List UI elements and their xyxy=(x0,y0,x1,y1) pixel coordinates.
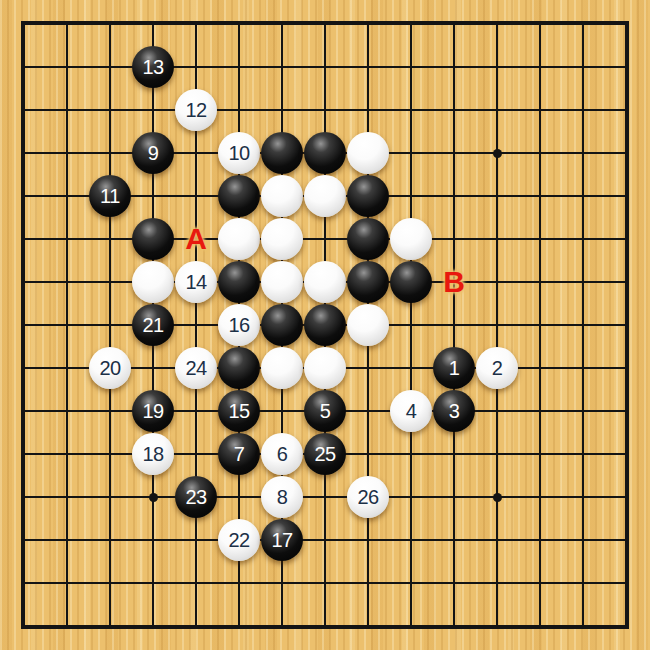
point-label-a: A xyxy=(175,218,218,261)
move-number: 18 xyxy=(142,444,163,464)
stone-white[interactable]: 6 xyxy=(261,433,303,475)
move-number: 20 xyxy=(99,358,120,378)
stone-black[interactable]: 1 xyxy=(433,347,475,389)
point-label-b: B xyxy=(433,261,476,304)
stone-black[interactable] xyxy=(132,218,174,260)
stone-black[interactable]: 19 xyxy=(132,390,174,432)
move-number: 23 xyxy=(185,487,206,507)
move-number: 21 xyxy=(142,315,163,335)
stone-white[interactable]: 8 xyxy=(261,476,303,518)
stone-black[interactable]: 25 xyxy=(304,433,346,475)
stone-black[interactable] xyxy=(261,132,303,174)
stone-white[interactable] xyxy=(261,347,303,389)
stone-black[interactable]: 5 xyxy=(304,390,346,432)
stone-white[interactable]: 16 xyxy=(218,304,260,346)
stone-white[interactable]: 26 xyxy=(347,476,389,518)
stone-black[interactable]: 13 xyxy=(132,46,174,88)
stone-white[interactable] xyxy=(304,175,346,217)
stone-black[interactable]: 21 xyxy=(132,304,174,346)
move-number: 2 xyxy=(492,358,503,378)
move-number: 17 xyxy=(271,530,292,550)
stone-black[interactable] xyxy=(390,261,432,303)
move-number: 22 xyxy=(228,530,249,550)
stone-white[interactable]: 4 xyxy=(390,390,432,432)
stone-black[interactable] xyxy=(347,261,389,303)
stone-white[interactable] xyxy=(390,218,432,260)
stone-black[interactable] xyxy=(218,175,260,217)
stone-white[interactable]: 2 xyxy=(476,347,518,389)
stone-black[interactable] xyxy=(347,175,389,217)
stone-black[interactable] xyxy=(261,304,303,346)
stone-white[interactable]: 14 xyxy=(175,261,217,303)
go-board[interactable]: 1312910111421162024121915543187625238262… xyxy=(0,0,650,650)
move-number: 10 xyxy=(228,143,249,163)
stone-black[interactable]: 11 xyxy=(89,175,131,217)
stone-black[interactable] xyxy=(218,261,260,303)
stone-black[interactable] xyxy=(347,218,389,260)
stone-white[interactable] xyxy=(218,218,260,260)
stone-white[interactable]: 22 xyxy=(218,519,260,561)
go-board-diagram: 1312910111421162024121915543187625238262… xyxy=(0,0,650,650)
move-number: 16 xyxy=(228,315,249,335)
move-number: 7 xyxy=(234,444,245,464)
stone-white[interactable] xyxy=(304,347,346,389)
stone-white[interactable]: 24 xyxy=(175,347,217,389)
stone-black[interactable]: 23 xyxy=(175,476,217,518)
stone-white[interactable]: 18 xyxy=(132,433,174,475)
move-number: 6 xyxy=(277,444,288,464)
move-number: 3 xyxy=(449,401,460,421)
stone-black[interactable]: 3 xyxy=(433,390,475,432)
stone-black[interactable]: 7 xyxy=(218,433,260,475)
move-number: 11 xyxy=(100,186,120,206)
stone-white[interactable] xyxy=(347,304,389,346)
stone-white[interactable]: 10 xyxy=(218,132,260,174)
move-number: 12 xyxy=(185,100,206,120)
move-number: 13 xyxy=(142,57,163,77)
stone-white[interactable] xyxy=(132,261,174,303)
stone-white[interactable] xyxy=(261,261,303,303)
star-point xyxy=(149,493,158,502)
move-number: 4 xyxy=(406,401,417,421)
stone-white[interactable] xyxy=(261,218,303,260)
move-number: 19 xyxy=(142,401,163,421)
stone-black[interactable]: 9 xyxy=(132,132,174,174)
move-number: 14 xyxy=(185,272,206,292)
move-number: 5 xyxy=(320,401,331,421)
stone-black[interactable] xyxy=(218,347,260,389)
stone-black[interactable] xyxy=(304,132,346,174)
move-number: 26 xyxy=(357,487,378,507)
stone-white[interactable]: 12 xyxy=(175,89,217,131)
stone-white[interactable] xyxy=(347,132,389,174)
star-point xyxy=(493,149,502,158)
move-number: 9 xyxy=(148,143,159,163)
stone-black[interactable] xyxy=(304,304,346,346)
stone-black[interactable]: 17 xyxy=(261,519,303,561)
stone-white[interactable] xyxy=(304,261,346,303)
stone-white[interactable]: 20 xyxy=(89,347,131,389)
move-number: 24 xyxy=(185,358,206,378)
move-number: 25 xyxy=(314,444,335,464)
stone-white[interactable] xyxy=(261,175,303,217)
move-number: 15 xyxy=(228,401,249,421)
move-number: 8 xyxy=(277,487,288,507)
move-number: 1 xyxy=(449,358,460,378)
star-point xyxy=(493,493,502,502)
stone-black[interactable]: 15 xyxy=(218,390,260,432)
